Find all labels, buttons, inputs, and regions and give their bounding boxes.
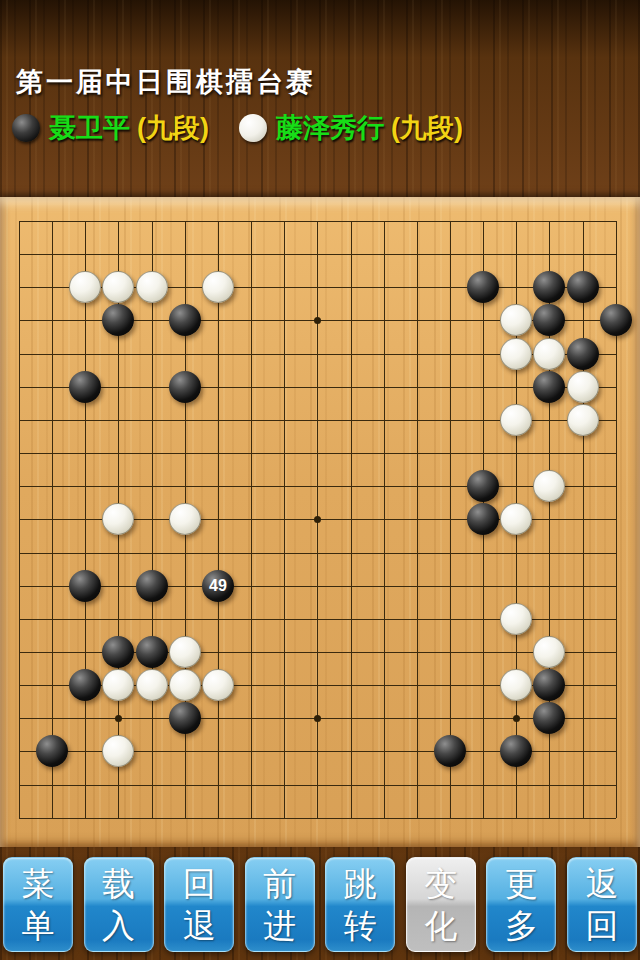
- white-stone: [136, 669, 168, 701]
- toolbar: 菜单 载入 回退 前进 跳转 变化 更多 返回: [0, 857, 640, 953]
- white-stone: [102, 669, 134, 701]
- black-stone: [136, 570, 168, 602]
- black-stone: [467, 470, 499, 502]
- grid-line: [19, 818, 616, 819]
- more-button-label: 更多: [501, 863, 541, 946]
- players-bar: 聂卫平 (九段) 藤泽秀行 (九段): [12, 106, 632, 150]
- grid-line: [19, 785, 616, 786]
- black-stone: [533, 304, 565, 336]
- white-stone: [500, 338, 532, 370]
- black-stone: [533, 669, 565, 701]
- white-stone: [69, 271, 101, 303]
- black-stone: [467, 271, 499, 303]
- white-stone: [169, 636, 201, 668]
- white-stone: [500, 404, 532, 436]
- menu-button[interactable]: 菜单: [3, 857, 73, 952]
- black-stone: [102, 304, 134, 336]
- white-player-rank: (九段): [391, 110, 463, 146]
- black-stone: [136, 636, 168, 668]
- black-stone: [567, 338, 599, 370]
- forward-button-label: 前进: [260, 863, 300, 946]
- forward-button[interactable]: 前进: [245, 857, 315, 952]
- white-stone: [500, 304, 532, 336]
- white-stone: [567, 404, 599, 436]
- black-stone: [169, 371, 201, 403]
- grid-line: [19, 553, 616, 554]
- black-stone: [533, 371, 565, 403]
- white-stone: [533, 636, 565, 668]
- menu-button-label: 菜单: [18, 863, 58, 946]
- grid-line: [583, 221, 584, 818]
- black-stone: [533, 702, 565, 734]
- white-stone: [169, 503, 201, 535]
- black-stone: [169, 702, 201, 734]
- game-title: 第一届中日围棋擂台赛: [16, 64, 316, 100]
- star-point: [314, 317, 321, 324]
- black-stone: [69, 570, 101, 602]
- black-stone: [69, 371, 101, 403]
- back-button[interactable]: 返回: [567, 857, 637, 952]
- star-point: [115, 715, 122, 722]
- jump-button-label: 跳转: [340, 863, 380, 946]
- variation-button[interactable]: 变化: [406, 857, 476, 952]
- move-number-label: 49: [202, 570, 234, 602]
- white-stone: [102, 271, 134, 303]
- white-stone: [102, 735, 134, 767]
- variation-button-label: 变化: [421, 863, 461, 946]
- black-stone: [36, 735, 68, 767]
- star-point: [314, 715, 321, 722]
- black-stone-icon: [12, 114, 40, 142]
- grid-line: [351, 221, 352, 818]
- star-point: [513, 715, 520, 722]
- white-stone: [533, 338, 565, 370]
- white-stone: [102, 503, 134, 535]
- black-stone: [500, 735, 532, 767]
- black-stone: [102, 636, 134, 668]
- white-stone: [500, 503, 532, 535]
- white-stone: [500, 603, 532, 635]
- grid-line: [19, 586, 616, 587]
- white-stone-icon: [239, 114, 267, 142]
- jump-button[interactable]: 跳转: [325, 857, 395, 952]
- undo-button[interactable]: 回退: [164, 857, 234, 952]
- go-board[interactable]: 49: [0, 197, 640, 847]
- black-stone: [169, 304, 201, 336]
- black-stone: [69, 669, 101, 701]
- grid-line: [384, 221, 385, 818]
- black-stone: [533, 271, 565, 303]
- undo-button-label: 回退: [179, 863, 219, 946]
- back-button-label: 返回: [582, 863, 622, 946]
- black-stone: [600, 304, 632, 336]
- black-player-rank: (九段): [137, 110, 209, 146]
- white-stone: [567, 371, 599, 403]
- grid-line: [450, 221, 451, 818]
- white-stone: [202, 669, 234, 701]
- white-stone: [533, 470, 565, 502]
- black-stone: 49: [202, 570, 234, 602]
- white-player-name: 藤泽秀行: [276, 110, 384, 146]
- grid-line: [417, 221, 418, 818]
- black-stone: [567, 271, 599, 303]
- white-stone: [169, 669, 201, 701]
- more-button[interactable]: 更多: [486, 857, 556, 952]
- black-stone: [434, 735, 466, 767]
- load-button-label: 载入: [99, 863, 139, 946]
- load-button[interactable]: 载入: [84, 857, 154, 952]
- white-stone: [136, 271, 168, 303]
- black-player-name: 聂卫平: [49, 110, 130, 146]
- white-stone: [500, 669, 532, 701]
- white-stone: [202, 271, 234, 303]
- black-stone: [467, 503, 499, 535]
- header: 第一届中日围棋擂台赛 聂卫平 (九段) 藤泽秀行 (九段): [0, 0, 640, 197]
- star-point: [314, 516, 321, 523]
